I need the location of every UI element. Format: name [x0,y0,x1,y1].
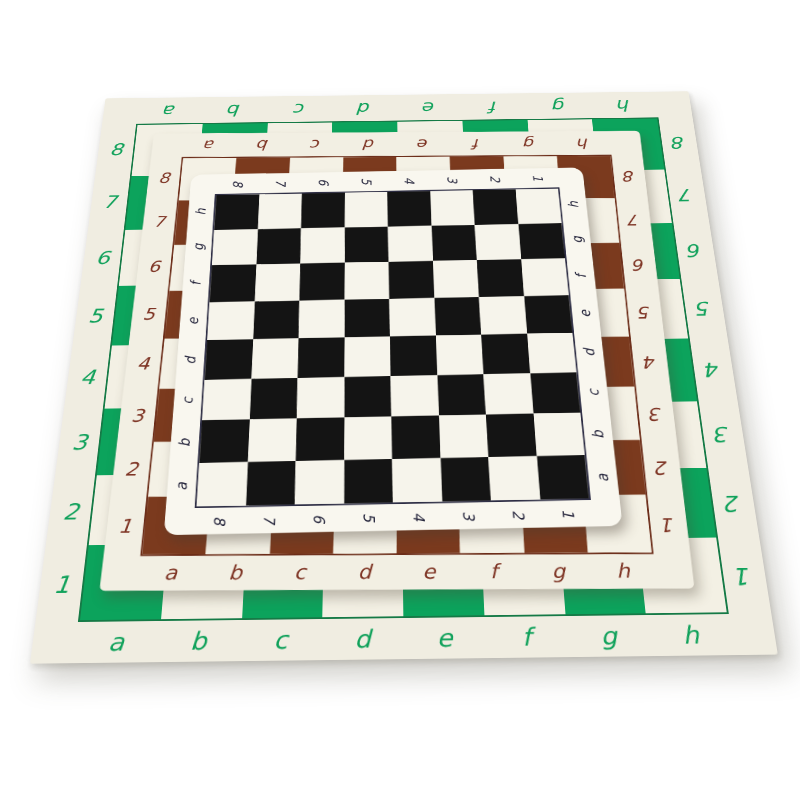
black-board-square [390,336,437,376]
rank-label: 1 [117,517,132,536]
file-label: h [194,208,208,215]
photo-stage: aa88bb77cc66dd55ee44ff33gg22hh11aa88bb77… [0,0,800,800]
rank-label: 8 [623,169,636,183]
black-board-square [344,416,392,459]
file-label: e [423,100,436,116]
file-label: h [567,201,581,208]
black-board-square [344,459,393,504]
file-label: g [552,98,566,114]
file-label: a [204,138,216,152]
black-board-square [299,263,344,301]
file-label: g [599,623,618,648]
file-label: b [190,628,208,653]
black-board-square [202,378,251,420]
black-board-square [214,194,259,229]
black-board-square [389,298,435,337]
black-board-square [246,461,296,506]
black-board-square [437,374,486,416]
file-label: d [357,562,371,582]
rank-label: 3 [460,511,476,520]
black-board-square [344,262,389,300]
black-board-square [527,333,577,373]
rank-label: 1 [52,572,71,596]
rank-label: 3 [71,432,89,453]
file-label: a [107,629,125,654]
file-label: h [617,97,632,113]
file-label: a [595,473,611,482]
file-label: e [418,137,429,151]
black-board-square [479,296,527,335]
file-label: g [570,236,584,243]
file-label: c [311,138,321,152]
file-label: f [489,562,497,582]
black-board-square [433,260,479,298]
black-board-square [248,418,297,461]
rank-label: 7 [628,212,641,227]
black-board-square [344,192,387,227]
black-board-square [197,462,248,507]
rank-label: 4 [79,367,96,387]
black-board-square [256,228,301,264]
black-board-square [251,338,298,378]
file-label: h [681,622,700,647]
black-board-square [249,378,297,420]
black-board-square [473,190,518,225]
file-label: d [364,137,375,151]
file-label: f [521,624,532,649]
rank-label: 2 [124,461,139,479]
black-board-square [258,194,302,229]
black-board-square [295,460,344,505]
rank-label: 3 [445,176,459,183]
black-board-square [344,226,388,262]
black-board-square [300,227,344,263]
rank-label: 7 [102,193,118,210]
file-label: g [551,562,566,582]
file-label: f [574,274,588,278]
black-board-square [344,336,390,376]
file-label: c [180,397,195,404]
rank-label: 6 [147,259,161,274]
file-label: b [590,430,606,439]
rank-label: 2 [487,175,501,182]
black-board-square [488,456,540,501]
black-board-square [296,417,344,460]
file-label: e [578,310,593,318]
file-label: e [422,562,435,582]
black-board-square [210,264,257,302]
file-label: f [473,137,480,151]
black-board-square [440,457,491,502]
rank-label: 3 [130,407,145,425]
rank-label: 8 [211,516,227,525]
file-label: h [577,136,589,150]
rank-label: 5 [695,299,712,318]
rank-label: 4 [643,353,657,370]
black-checker-grid [195,187,591,508]
black-board-square [524,295,573,334]
black-board-square [486,414,537,457]
rank-label: 6 [311,514,327,523]
file-label: c [294,101,306,117]
black-board-square [536,455,588,500]
black-board-square [301,193,345,228]
file-label: d [358,101,371,117]
black-board-square [392,458,442,503]
rank-label: 5 [142,307,156,323]
file-label: c [586,389,601,396]
black-board-square [430,190,475,225]
rank-label: 1 [530,175,544,182]
rank-label: 8 [158,171,171,185]
black-board-square [205,339,253,379]
black-board-square [344,298,390,337]
file-label: d [354,626,370,651]
file-label: c [294,563,306,583]
file-label: d [582,348,597,356]
chessboard-stack: aa88bb77cc66dd55ee44ff33gg22hh11aa88bb77… [30,91,778,663]
black-board-square [391,416,440,459]
file-label: f [189,281,203,285]
black-board-square [475,224,521,260]
rank-label: 8 [109,141,124,157]
black-board-square [212,229,258,265]
file-label: e [436,625,453,650]
rank-label: 6 [633,257,647,272]
black-board-square [530,372,580,414]
rank-label: 2 [655,458,670,476]
file-label: b [228,563,243,583]
black-board-square [518,223,565,259]
rank-label: 5 [638,304,652,320]
rank-label: 6 [687,241,704,259]
file-label: b [257,138,269,152]
file-label: h [615,561,630,581]
file-label: c [273,627,288,652]
black-board-square [436,335,484,375]
rank-label: 8 [671,134,687,150]
rank-label: 7 [679,186,695,203]
rank-label: 5 [361,513,376,522]
black-board-square [521,258,569,295]
file-label: a [174,482,190,491]
rank-label: 1 [559,509,575,518]
file-label: a [163,103,177,119]
rank-label: 2 [62,500,80,522]
rank-label: 6 [95,248,111,266]
black-board-square [533,413,584,456]
rank-label: 3 [714,424,732,445]
black-board-square [297,377,344,419]
black-board-square [207,301,254,340]
black-board-square [298,337,345,377]
rank-label: 7 [153,214,166,229]
rank-label: 6 [316,179,329,186]
black-board-square [515,189,561,224]
black-board-square [387,191,431,226]
rank-label: 2 [724,492,743,514]
rank-label: 3 [649,405,664,423]
black-board-square [299,299,345,338]
rank-label: 1 [734,564,753,588]
black-board-square [388,225,433,261]
file-label: g [192,243,206,250]
black-board-square [253,300,300,339]
rank-label: 8 [230,180,244,187]
file-label: f [490,99,498,115]
rank-label: 4 [402,177,415,184]
black-board-square [344,376,391,418]
file-label: b [177,438,193,447]
rank-label: 7 [273,179,286,186]
rank-label: 5 [359,178,372,185]
rank-label: 7 [261,515,277,524]
rank-label: 2 [510,510,526,519]
file-label: b [228,102,242,118]
black-board-square [254,263,300,301]
file-label: d [183,356,198,364]
black-board-square [431,225,476,261]
file-label: a [163,563,178,583]
rank-label: 4 [704,359,722,379]
black-board-mat: 88hh77gg66ff55ee44dd33cc22bb11aa [164,167,623,535]
rank-label: 1 [661,515,676,534]
black-board-square [199,419,249,462]
black-board-square [477,259,524,297]
file-label: g [524,136,536,150]
rank-label: 4 [410,512,426,521]
rank-label: 5 [87,306,104,325]
black-board-square [434,297,481,336]
black-board-square [483,373,533,415]
file-label: e [186,317,201,325]
black-board-square [389,261,435,299]
rank-label: 4 [136,356,150,373]
black-board-square [391,375,439,417]
black-board-square [481,334,530,374]
black-board-square [439,415,489,458]
